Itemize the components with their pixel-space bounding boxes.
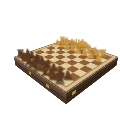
chess-case: ♜♞♝♛♚♝♞♜♟♟♟♟♟♟♟♟♟♟♟♟♟♟♟♟♜♞♝♛♚♝♞♜ [14, 39, 119, 93]
brass-clasp-icon [46, 83, 49, 88]
boxwood-pawn-piece: ♟ [94, 52, 103, 62]
square: ♟ [66, 73, 81, 82]
square [85, 63, 98, 70]
product-photo-background: ♜♞♝♛♚♝♞♜♟♟♟♟♟♟♟♟♟♟♟♟♟♟♟♟♜♞♝♛♚♝♞♜ [0, 0, 120, 120]
brass-hinge-icon [72, 89, 76, 95]
walnut-rook-piece: ♜ [53, 71, 67, 87]
